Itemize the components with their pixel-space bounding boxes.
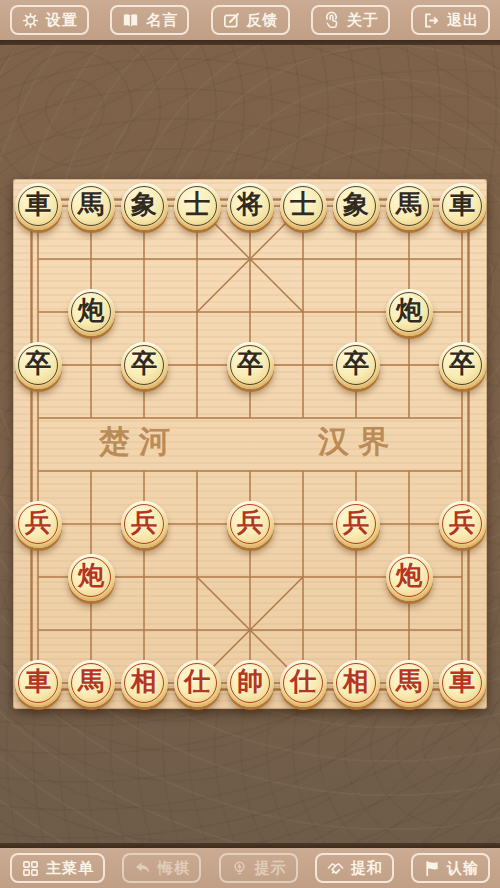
piece-red-炮[interactable]: 炮 xyxy=(68,554,115,601)
piece-black-卒[interactable]: 卒 xyxy=(439,342,486,389)
piece-character: 象 xyxy=(343,192,369,218)
bottom-toolbar: 主菜单 悔棋 提示 提和 xyxy=(0,848,500,888)
piece-character: 士 xyxy=(184,192,210,218)
exit-button[interactable]: 退出 xyxy=(411,5,490,35)
piece-black-車[interactable]: 車 xyxy=(15,183,62,230)
piece-character: 卒 xyxy=(25,351,51,377)
piece-character: 兵 xyxy=(343,510,369,536)
piece-character: 車 xyxy=(25,669,51,695)
top-toolbar: 设置 名言 反馈 关于 xyxy=(0,0,500,40)
piece-character: 炮 xyxy=(78,563,104,589)
piece-character: 将 xyxy=(237,192,263,218)
undo-button[interactable]: 悔棋 xyxy=(122,853,201,883)
flag-icon xyxy=(422,859,441,878)
piece-black-馬[interactable]: 馬 xyxy=(386,183,433,230)
piece-character: 炮 xyxy=(396,563,422,589)
piece-black-卒[interactable]: 卒 xyxy=(15,342,62,389)
piece-red-相[interactable]: 相 xyxy=(333,660,380,707)
piece-red-兵[interactable]: 兵 xyxy=(121,501,168,548)
main-menu-button[interactable]: 主菜单 xyxy=(10,853,105,883)
main-menu-label: 主菜单 xyxy=(46,859,94,878)
game-background: 楚河 汉界 車馬象士将士象馬車炮炮卒卒卒卒卒兵兵兵兵兵炮炮車馬相仕帥仕相馬車 xyxy=(0,45,500,843)
piece-character: 相 xyxy=(343,669,369,695)
piece-character: 象 xyxy=(131,192,157,218)
piece-character: 馬 xyxy=(396,192,422,218)
piece-character: 兵 xyxy=(131,510,157,536)
piece-red-兵[interactable]: 兵 xyxy=(439,501,486,548)
piece-character: 馬 xyxy=(78,669,104,695)
piece-black-象[interactable]: 象 xyxy=(121,183,168,230)
piece-red-兵[interactable]: 兵 xyxy=(227,501,274,548)
offer-draw-button[interactable]: 提和 xyxy=(315,853,394,883)
piece-character: 相 xyxy=(131,669,157,695)
piece-black-炮[interactable]: 炮 xyxy=(386,289,433,336)
piece-character: 車 xyxy=(449,669,475,695)
piece-red-馬[interactable]: 馬 xyxy=(386,660,433,707)
hint-button[interactable]: 提示 xyxy=(219,853,298,883)
piece-character: 兵 xyxy=(237,510,263,536)
edit-icon xyxy=(222,11,241,30)
undo-icon xyxy=(133,859,152,878)
piece-character: 仕 xyxy=(290,669,316,695)
piece-character: 帥 xyxy=(237,669,263,695)
settings-label: 设置 xyxy=(46,11,78,30)
piece-red-仕[interactable]: 仕 xyxy=(174,660,221,707)
piece-black-炮[interactable]: 炮 xyxy=(68,289,115,336)
piece-character: 士 xyxy=(290,192,316,218)
settings-button[interactable]: 设置 xyxy=(10,5,89,35)
gear-icon xyxy=(21,11,40,30)
xiangqi-app: 设置 名言 反馈 关于 xyxy=(0,0,500,888)
piece-character: 炮 xyxy=(396,298,422,324)
book-icon xyxy=(121,11,140,30)
exit-label: 退出 xyxy=(447,11,479,30)
about-label: 关于 xyxy=(347,11,379,30)
exit-icon xyxy=(422,11,441,30)
piece-red-相[interactable]: 相 xyxy=(121,660,168,707)
resign-button[interactable]: 认输 xyxy=(411,853,490,883)
pieces-layer: 車馬象士将士象馬車炮炮卒卒卒卒卒兵兵兵兵兵炮炮車馬相仕帥仕相馬車 xyxy=(12,180,489,710)
piece-character: 馬 xyxy=(396,669,422,695)
piece-character: 卒 xyxy=(449,351,475,377)
piece-red-帥[interactable]: 帥 xyxy=(227,660,274,707)
touch-icon xyxy=(322,11,341,30)
piece-red-兵[interactable]: 兵 xyxy=(15,501,62,548)
piece-black-車[interactable]: 車 xyxy=(439,183,486,230)
quotes-label: 名言 xyxy=(146,11,178,30)
resign-label: 认输 xyxy=(447,859,479,878)
piece-red-炮[interactable]: 炮 xyxy=(386,554,433,601)
piece-black-卒[interactable]: 卒 xyxy=(121,342,168,389)
feedback-label: 反馈 xyxy=(247,11,279,30)
xiangqi-board[interactable]: 楚河 汉界 車馬象士将士象馬車炮炮卒卒卒卒卒兵兵兵兵兵炮炮車馬相仕帥仕相馬車 xyxy=(13,179,487,709)
piece-red-兵[interactable]: 兵 xyxy=(333,501,380,548)
undo-label: 悔棋 xyxy=(158,859,190,878)
piece-black-馬[interactable]: 馬 xyxy=(68,183,115,230)
piece-character: 卒 xyxy=(343,351,369,377)
piece-character: 兵 xyxy=(25,510,51,536)
quotes-button[interactable]: 名言 xyxy=(110,5,189,35)
offer-draw-label: 提和 xyxy=(351,859,383,878)
grid-icon xyxy=(21,859,40,878)
piece-black-象[interactable]: 象 xyxy=(333,183,380,230)
piece-character: 炮 xyxy=(78,298,104,324)
piece-red-車[interactable]: 車 xyxy=(439,660,486,707)
piece-character: 馬 xyxy=(78,192,104,218)
bulb-icon xyxy=(230,859,249,878)
hint-label: 提示 xyxy=(255,859,287,878)
piece-character: 卒 xyxy=(131,351,157,377)
piece-black-卒[interactable]: 卒 xyxy=(227,342,274,389)
feedback-button[interactable]: 反馈 xyxy=(211,5,290,35)
piece-black-士[interactable]: 士 xyxy=(174,183,221,230)
piece-black-卒[interactable]: 卒 xyxy=(333,342,380,389)
piece-red-仕[interactable]: 仕 xyxy=(280,660,327,707)
handshake-icon xyxy=(326,859,345,878)
piece-character: 車 xyxy=(25,192,51,218)
piece-character: 仕 xyxy=(184,669,210,695)
about-button[interactable]: 关于 xyxy=(311,5,390,35)
piece-character: 卒 xyxy=(237,351,263,377)
piece-red-馬[interactable]: 馬 xyxy=(68,660,115,707)
piece-black-士[interactable]: 士 xyxy=(280,183,327,230)
piece-red-車[interactable]: 車 xyxy=(15,660,62,707)
piece-character: 兵 xyxy=(449,510,475,536)
piece-black-将[interactable]: 将 xyxy=(227,183,274,230)
piece-character: 車 xyxy=(449,192,475,218)
